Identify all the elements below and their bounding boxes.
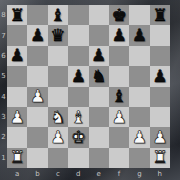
file-label-f: f <box>109 168 129 180</box>
square-g7[interactable]: ♟ <box>129 25 149 45</box>
file-label-d: d <box>68 168 88 180</box>
square-d4[interactable] <box>68 87 88 107</box>
white-rook[interactable]: ♜ <box>10 149 25 166</box>
square-b6[interactable] <box>27 46 47 66</box>
square-h6[interactable] <box>150 46 170 66</box>
rank-label-2: 2 <box>0 127 7 147</box>
square-g8[interactable] <box>129 5 149 25</box>
black-queen[interactable]: ♛ <box>50 27 65 44</box>
square-b7[interactable]: ♟ <box>27 25 47 45</box>
file-label-e: e <box>89 168 109 180</box>
square-b8[interactable] <box>27 5 47 25</box>
square-a4[interactable] <box>7 87 27 107</box>
white-rook[interactable]: ♜ <box>152 149 167 166</box>
square-f5[interactable] <box>109 66 129 86</box>
rank-label-7: 7 <box>0 25 7 45</box>
square-b2[interactable] <box>27 127 47 147</box>
square-c2[interactable]: ♟ <box>48 127 68 147</box>
square-a1[interactable]: ♜ <box>7 148 27 168</box>
black-rook[interactable]: ♜ <box>10 7 25 24</box>
rank-label-1: 1 <box>0 148 7 168</box>
square-c5[interactable] <box>48 66 68 86</box>
file-label-c: c <box>48 168 68 180</box>
square-f4[interactable]: ♝ <box>109 87 129 107</box>
white-pawn[interactable]: ♟ <box>30 88 45 105</box>
black-pawn[interactable]: ♟ <box>71 68 86 85</box>
square-e3[interactable] <box>89 107 109 127</box>
chess-diagram: ♜♝♚♜♟♛♟♟♟♟♟♞♟♟♝♟♞♝♟♟♚♟♟♜♜ 87654321 abcde… <box>0 0 180 180</box>
black-pawn[interactable]: ♟ <box>152 68 167 85</box>
square-f1[interactable] <box>109 148 129 168</box>
square-h3[interactable] <box>150 107 170 127</box>
white-pawn[interactable]: ♟ <box>152 129 167 146</box>
square-g4[interactable] <box>129 87 149 107</box>
rank-label-4: 4 <box>0 87 7 107</box>
square-d3[interactable]: ♝ <box>68 107 88 127</box>
black-pawn[interactable]: ♟ <box>111 27 126 44</box>
white-pawn[interactable]: ♟ <box>10 109 25 126</box>
square-b3[interactable] <box>27 107 47 127</box>
black-bishop[interactable]: ♝ <box>111 88 126 105</box>
square-h1[interactable]: ♜ <box>150 148 170 168</box>
chess-board: ♜♝♚♜♟♛♟♟♟♟♟♞♟♟♝♟♞♝♟♟♚♟♟♜♜ <box>7 5 170 168</box>
file-label-a: a <box>7 168 27 180</box>
square-e6[interactable]: ♟ <box>89 46 109 66</box>
file-label-g: g <box>129 168 149 180</box>
square-e5[interactable]: ♞ <box>89 66 109 86</box>
white-king[interactable]: ♚ <box>71 129 86 146</box>
square-f8[interactable]: ♚ <box>109 5 129 25</box>
square-f3[interactable]: ♟ <box>109 107 129 127</box>
square-c7[interactable]: ♛ <box>48 25 68 45</box>
square-e1[interactable] <box>89 148 109 168</box>
square-a5[interactable] <box>7 66 27 86</box>
rank-label-3: 3 <box>0 107 7 127</box>
square-c8[interactable]: ♝ <box>48 5 68 25</box>
black-knight[interactable]: ♞ <box>91 68 106 85</box>
square-c4[interactable] <box>48 87 68 107</box>
square-a3[interactable]: ♟ <box>7 107 27 127</box>
square-e2[interactable] <box>89 127 109 147</box>
square-d5[interactable]: ♟ <box>68 66 88 86</box>
square-d1[interactable] <box>68 148 88 168</box>
black-pawn[interactable]: ♟ <box>30 27 45 44</box>
square-a6[interactable]: ♟ <box>7 46 27 66</box>
square-h2[interactable]: ♟ <box>150 127 170 147</box>
square-h8[interactable]: ♜ <box>150 5 170 25</box>
rank-label-6: 6 <box>0 46 7 66</box>
rank-label-5: 5 <box>0 66 7 86</box>
square-c6[interactable] <box>48 46 68 66</box>
square-g5[interactable] <box>129 66 149 86</box>
square-b1[interactable] <box>27 148 47 168</box>
square-d2[interactable]: ♚ <box>68 127 88 147</box>
square-a7[interactable] <box>7 25 27 45</box>
square-f6[interactable] <box>109 46 129 66</box>
square-d6[interactable] <box>68 46 88 66</box>
square-c1[interactable] <box>48 148 68 168</box>
square-h7[interactable] <box>150 25 170 45</box>
black-king[interactable]: ♚ <box>111 7 126 24</box>
square-b4[interactable]: ♟ <box>27 87 47 107</box>
square-f7[interactable]: ♟ <box>109 25 129 45</box>
white-pawn[interactable]: ♟ <box>132 129 147 146</box>
white-bishop[interactable]: ♝ <box>71 109 86 126</box>
square-a2[interactable] <box>7 127 27 147</box>
square-h5[interactable]: ♟ <box>150 66 170 86</box>
black-pawn[interactable]: ♟ <box>91 47 106 64</box>
file-label-b: b <box>27 168 47 180</box>
square-g2[interactable]: ♟ <box>129 127 149 147</box>
white-knight[interactable]: ♞ <box>50 109 65 126</box>
black-bishop[interactable]: ♝ <box>50 7 65 24</box>
square-d8[interactable] <box>68 5 88 25</box>
square-d7[interactable] <box>68 25 88 45</box>
square-c3[interactable]: ♞ <box>48 107 68 127</box>
file-label-h: h <box>150 168 170 180</box>
square-a8[interactable]: ♜ <box>7 5 27 25</box>
file-labels: abcdefgh <box>7 168 170 180</box>
white-pawn[interactable]: ♟ <box>50 129 65 146</box>
square-b5[interactable] <box>27 66 47 86</box>
square-f2[interactable] <box>109 127 129 147</box>
square-h4[interactable] <box>150 87 170 107</box>
white-pawn[interactable]: ♟ <box>111 109 126 126</box>
square-e4[interactable] <box>89 87 109 107</box>
square-e8[interactable] <box>89 5 109 25</box>
rank-label-8: 8 <box>0 5 7 25</box>
black-pawn[interactable]: ♟ <box>132 27 147 44</box>
rank-labels: 87654321 <box>0 5 7 168</box>
square-g6[interactable] <box>129 46 149 66</box>
black-pawn[interactable]: ♟ <box>10 47 25 64</box>
square-g1[interactable] <box>129 148 149 168</box>
square-g3[interactable] <box>129 107 149 127</box>
black-rook[interactable]: ♜ <box>152 7 167 24</box>
square-e7[interactable] <box>89 25 109 45</box>
